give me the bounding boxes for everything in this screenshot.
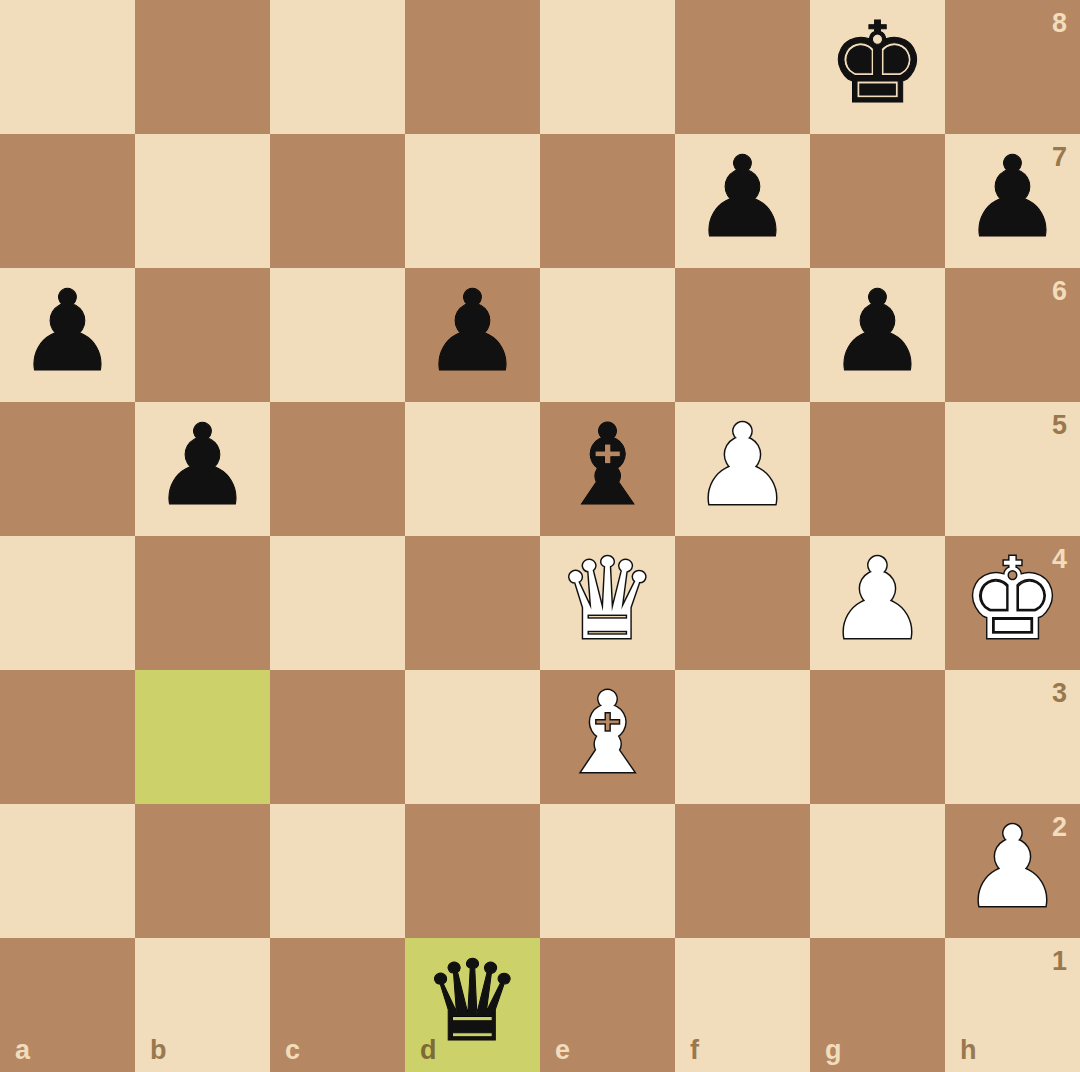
black-bishop[interactable]: ♝	[557, 409, 657, 521]
square-a7[interactable]	[0, 134, 135, 268]
square-e3[interactable]: ♝	[540, 670, 675, 804]
white-king[interactable]: ♚	[962, 543, 1062, 655]
square-e1[interactable]: e	[540, 938, 675, 1072]
square-h3[interactable]: 3	[945, 670, 1080, 804]
black-king[interactable]: ♚	[827, 7, 927, 119]
square-h6[interactable]: 6	[945, 268, 1080, 402]
rank-label-1: 1	[1052, 948, 1067, 975]
square-a5[interactable]	[0, 402, 135, 536]
square-d5[interactable]	[405, 402, 540, 536]
square-b7[interactable]	[135, 134, 270, 268]
black-pawn[interactable]: ♟	[17, 275, 117, 387]
square-a8[interactable]	[0, 0, 135, 134]
square-d7[interactable]	[405, 134, 540, 268]
square-h7[interactable]: 7♟	[945, 134, 1080, 268]
square-c1[interactable]: c	[270, 938, 405, 1072]
rank-label-3: 3	[1052, 680, 1067, 707]
rank-label-8: 8	[1052, 10, 1067, 37]
square-d4[interactable]	[405, 536, 540, 670]
square-d8[interactable]	[405, 0, 540, 134]
square-e4[interactable]: ♛	[540, 536, 675, 670]
square-c8[interactable]	[270, 0, 405, 134]
white-pawn[interactable]: ♟	[692, 409, 792, 521]
square-b1[interactable]: b	[135, 938, 270, 1072]
square-b6[interactable]	[135, 268, 270, 402]
chess-board: ♚8♟7♟♟♟♟6♟♝♟5♛♟4♚♝32♟abcd♛efg1h	[0, 0, 1080, 1072]
black-pawn[interactable]: ♟	[422, 275, 522, 387]
square-a6[interactable]: ♟	[0, 268, 135, 402]
square-e8[interactable]	[540, 0, 675, 134]
square-b2[interactable]	[135, 804, 270, 938]
square-h1[interactable]: 1h	[945, 938, 1080, 1072]
square-e7[interactable]	[540, 134, 675, 268]
square-b4[interactable]	[135, 536, 270, 670]
square-c2[interactable]	[270, 804, 405, 938]
square-f7[interactable]: ♟	[675, 134, 810, 268]
square-c6[interactable]	[270, 268, 405, 402]
square-e5[interactable]: ♝	[540, 402, 675, 536]
file-label-f: f	[690, 1037, 699, 1064]
square-g2[interactable]	[810, 804, 945, 938]
square-d1[interactable]: d♛	[405, 938, 540, 1072]
square-d2[interactable]	[405, 804, 540, 938]
file-label-c: c	[285, 1037, 300, 1064]
square-e6[interactable]	[540, 268, 675, 402]
square-g3[interactable]	[810, 670, 945, 804]
square-f6[interactable]	[675, 268, 810, 402]
black-pawn[interactable]: ♟	[692, 141, 792, 253]
square-f1[interactable]: f	[675, 938, 810, 1072]
file-label-e: e	[555, 1037, 570, 1064]
rank-label-6: 6	[1052, 278, 1067, 305]
square-h5[interactable]: 5	[945, 402, 1080, 536]
square-h4[interactable]: 4♚	[945, 536, 1080, 670]
square-f2[interactable]	[675, 804, 810, 938]
white-pawn[interactable]: ♟	[827, 543, 927, 655]
file-label-a: a	[15, 1037, 30, 1064]
square-g1[interactable]: g	[810, 938, 945, 1072]
square-a4[interactable]	[0, 536, 135, 670]
square-g8[interactable]: ♚	[810, 0, 945, 134]
square-c7[interactable]	[270, 134, 405, 268]
square-f4[interactable]	[675, 536, 810, 670]
square-b3[interactable]	[135, 670, 270, 804]
square-h8[interactable]: 8	[945, 0, 1080, 134]
square-b5[interactable]: ♟	[135, 402, 270, 536]
square-c4[interactable]	[270, 536, 405, 670]
square-g4[interactable]: ♟	[810, 536, 945, 670]
white-bishop[interactable]: ♝	[557, 677, 657, 789]
square-g7[interactable]	[810, 134, 945, 268]
square-b8[interactable]	[135, 0, 270, 134]
file-label-b: b	[150, 1037, 167, 1064]
square-f8[interactable]	[675, 0, 810, 134]
square-h2[interactable]: 2♟	[945, 804, 1080, 938]
square-f5[interactable]: ♟	[675, 402, 810, 536]
file-label-h: h	[960, 1037, 977, 1064]
square-e2[interactable]	[540, 804, 675, 938]
square-a3[interactable]	[0, 670, 135, 804]
rank-label-5: 5	[1052, 412, 1067, 439]
square-a2[interactable]	[0, 804, 135, 938]
white-pawn[interactable]: ♟	[962, 811, 1062, 923]
square-a1[interactable]: a	[0, 938, 135, 1072]
white-queen[interactable]: ♛	[557, 543, 657, 655]
square-g6[interactable]: ♟	[810, 268, 945, 402]
square-d6[interactable]: ♟	[405, 268, 540, 402]
black-pawn[interactable]: ♟	[152, 409, 252, 521]
black-queen[interactable]: ♛	[422, 945, 522, 1057]
file-label-g: g	[825, 1037, 842, 1064]
square-c5[interactable]	[270, 402, 405, 536]
square-f3[interactable]	[675, 670, 810, 804]
black-pawn[interactable]: ♟	[962, 141, 1062, 253]
square-c3[interactable]	[270, 670, 405, 804]
square-g5[interactable]	[810, 402, 945, 536]
square-d3[interactable]	[405, 670, 540, 804]
black-pawn[interactable]: ♟	[827, 275, 927, 387]
